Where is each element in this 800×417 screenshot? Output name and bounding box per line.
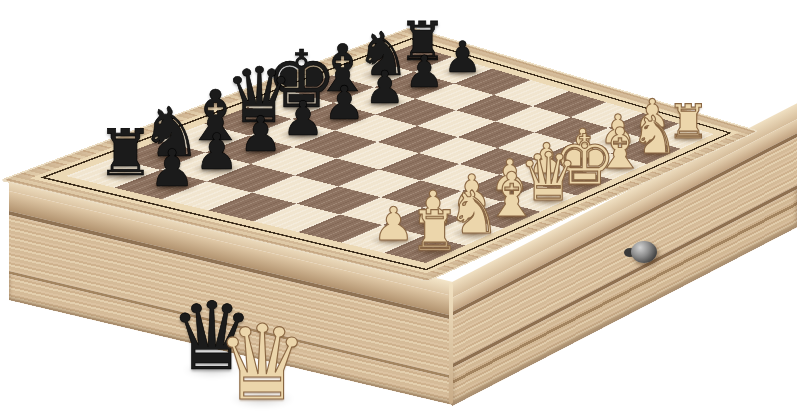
piece-shadow: [230, 389, 294, 408]
chess-set-product-photo: ♜♞♝♛♚♝♞♜♟♟♟♟♟♟♟♟♟♟♟♟♟♟♟♟♜♞♝♛♚♝♞♜♛♛: [0, 0, 800, 417]
box-corner-edge: [449, 283, 453, 404]
piece-shadow: [183, 361, 241, 378]
drawer-knob-icon: [631, 241, 657, 263]
box-right-face: [452, 282, 797, 406]
